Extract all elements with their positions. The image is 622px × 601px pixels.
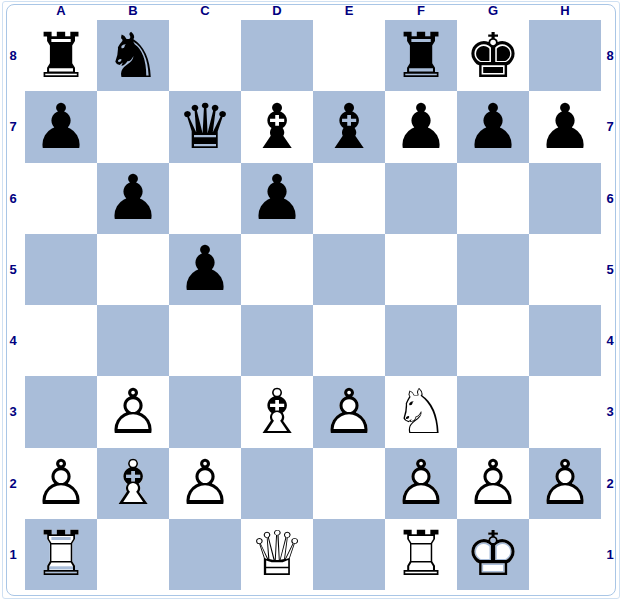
piece-wP-e3: ♙	[313, 376, 385, 447]
piece-bQ-c7: ♛	[169, 91, 241, 162]
square-h4[interactable]	[529, 305, 601, 376]
piece-bB-d7: ♝	[241, 91, 313, 162]
piece-wP-b3: ♙	[97, 376, 169, 447]
white-piece-fill: ♟	[313, 376, 385, 447]
white-piece-fill: ♟	[97, 376, 169, 447]
white-piece-fill: ♟	[169, 448, 241, 519]
rank-labels-left: 87654321	[3, 20, 23, 590]
square-g6[interactable]	[457, 163, 529, 234]
square-g5[interactable]	[457, 234, 529, 305]
square-g4[interactable]	[457, 305, 529, 376]
square-f6[interactable]	[385, 163, 457, 234]
rank-label-right-1: 1	[600, 519, 620, 590]
square-a6[interactable]	[25, 163, 97, 234]
white-piece-fill: ♚	[457, 519, 529, 590]
square-a4[interactable]	[25, 305, 97, 376]
rank-label-right-2: 2	[600, 448, 620, 519]
square-d6[interactable]: ♟	[241, 163, 313, 234]
square-b2[interactable]: ♝♗	[97, 448, 169, 519]
rank-label-left-1: 1	[3, 519, 23, 590]
square-h7[interactable]: ♟	[529, 91, 601, 162]
square-c4[interactable]	[169, 305, 241, 376]
rank-label-right-3: 3	[600, 376, 620, 447]
square-e3[interactable]: ♟♙	[313, 376, 385, 447]
square-c3[interactable]	[169, 376, 241, 447]
chess-board: ♜♞♜♚♟♛♝♝♟♟♟♟♟♟♟♙♝♗♟♙♞♘♟♙♝♗♟♙♟♙♟♙♟♙♜♖♛♕♜♖…	[25, 20, 601, 590]
square-f5[interactable]	[385, 234, 457, 305]
piece-bR-f8: ♜	[385, 20, 457, 91]
square-g1[interactable]: ♚♔	[457, 519, 529, 590]
piece-wR-f1: ♖	[385, 519, 457, 590]
square-a5[interactable]	[25, 234, 97, 305]
square-a3[interactable]	[25, 376, 97, 447]
file-label-d: D	[241, 3, 313, 19]
square-g3[interactable]	[457, 376, 529, 447]
square-a7[interactable]: ♟	[25, 91, 97, 162]
piece-bP-g7: ♟	[457, 91, 529, 162]
file-label-g: G	[457, 3, 529, 19]
rank-label-left-7: 7	[3, 91, 23, 162]
rank-label-right-6: 6	[600, 163, 620, 234]
white-piece-fill: ♝	[97, 448, 169, 519]
piece-wP-f2: ♙	[385, 448, 457, 519]
white-piece-fill: ♟	[385, 448, 457, 519]
piece-wP-g2: ♙	[457, 448, 529, 519]
square-f3[interactable]: ♞♘	[385, 376, 457, 447]
piece-bP-c5: ♟	[169, 234, 241, 305]
square-e5[interactable]	[313, 234, 385, 305]
square-d2[interactable]	[241, 448, 313, 519]
square-f2[interactable]: ♟♙	[385, 448, 457, 519]
square-h6[interactable]	[529, 163, 601, 234]
square-d7[interactable]: ♝	[241, 91, 313, 162]
piece-wP-c2: ♙	[169, 448, 241, 519]
square-f1[interactable]: ♜♖	[385, 519, 457, 590]
white-piece-fill: ♟	[25, 448, 97, 519]
rank-label-right-8: 8	[600, 20, 620, 91]
rank-label-right-7: 7	[600, 91, 620, 162]
white-piece-fill: ♛	[241, 519, 313, 590]
rank-label-left-4: 4	[3, 305, 23, 376]
square-f8[interactable]: ♜	[385, 20, 457, 91]
piece-bN-b8: ♞	[97, 20, 169, 91]
white-piece-fill: ♜	[25, 519, 97, 590]
piece-bP-b6: ♟	[97, 163, 169, 234]
square-b7[interactable]	[97, 91, 169, 162]
rank-label-left-2: 2	[3, 448, 23, 519]
piece-wR-a1: ♖	[25, 519, 97, 590]
square-b6[interactable]: ♟	[97, 163, 169, 234]
rank-label-left-6: 6	[3, 163, 23, 234]
square-d5[interactable]	[241, 234, 313, 305]
square-d8[interactable]	[241, 20, 313, 91]
piece-bP-a7: ♟	[25, 91, 97, 162]
square-g8[interactable]: ♚	[457, 20, 529, 91]
piece-wB-d3: ♗	[241, 376, 313, 447]
piece-bP-h7: ♟	[529, 91, 601, 162]
square-e2[interactable]	[313, 448, 385, 519]
file-label-a: A	[25, 3, 97, 19]
white-piece-fill: ♟	[457, 448, 529, 519]
square-d1[interactable]: ♛♕	[241, 519, 313, 590]
rank-label-left-8: 8	[3, 20, 23, 91]
rank-label-left-5: 5	[3, 234, 23, 305]
rank-label-right-5: 5	[600, 234, 620, 305]
square-a8[interactable]: ♜	[25, 20, 97, 91]
piece-wN-f3: ♘	[385, 376, 457, 447]
square-e8[interactable]	[313, 20, 385, 91]
white-piece-fill: ♟	[529, 448, 601, 519]
piece-wB-b2: ♗	[97, 448, 169, 519]
square-e1[interactable]	[313, 519, 385, 590]
rank-label-left-3: 3	[3, 376, 23, 447]
file-label-h: H	[529, 3, 601, 19]
rank-label-right-4: 4	[600, 305, 620, 376]
square-e7[interactable]: ♝	[313, 91, 385, 162]
piece-bR-a8: ♜	[25, 20, 97, 91]
white-piece-fill: ♞	[385, 376, 457, 447]
file-label-e: E	[313, 3, 385, 19]
square-b1[interactable]	[97, 519, 169, 590]
piece-wQ-d1: ♕	[241, 519, 313, 590]
piece-bP-d6: ♟	[241, 163, 313, 234]
square-f7[interactable]: ♟	[385, 91, 457, 162]
square-c8[interactable]	[169, 20, 241, 91]
square-h8[interactable]	[529, 20, 601, 91]
square-b8[interactable]: ♞	[97, 20, 169, 91]
square-h3[interactable]	[529, 376, 601, 447]
chess-diagram-page: ABCDEFGH 87654321 87654321 ♜♞♜♚♟♛♝♝♟♟♟♟♟…	[0, 0, 622, 601]
file-label-c: C	[169, 3, 241, 19]
square-b4[interactable]	[97, 305, 169, 376]
square-e4[interactable]	[313, 305, 385, 376]
square-c7[interactable]: ♛	[169, 91, 241, 162]
square-b5[interactable]	[97, 234, 169, 305]
square-g7[interactable]: ♟	[457, 91, 529, 162]
piece-wP-a2: ♙	[25, 448, 97, 519]
square-b3[interactable]: ♟♙	[97, 376, 169, 447]
square-c5[interactable]: ♟	[169, 234, 241, 305]
square-h5[interactable]	[529, 234, 601, 305]
piece-bK-g8: ♚	[457, 20, 529, 91]
square-g2[interactable]: ♟♙	[457, 448, 529, 519]
square-h2[interactable]: ♟♙	[529, 448, 601, 519]
piece-bB-e7: ♝	[313, 91, 385, 162]
square-d3[interactable]: ♝♗	[241, 376, 313, 447]
piece-wK-g1: ♔	[457, 519, 529, 590]
rank-labels-right: 87654321	[600, 20, 620, 590]
file-label-b: B	[97, 3, 169, 19]
piece-wP-h2: ♙	[529, 448, 601, 519]
square-e6[interactable]	[313, 163, 385, 234]
square-d4[interactable]	[241, 305, 313, 376]
white-piece-fill: ♜	[385, 519, 457, 590]
square-f4[interactable]	[385, 305, 457, 376]
square-h1[interactable]	[529, 519, 601, 590]
white-piece-fill: ♝	[241, 376, 313, 447]
piece-bP-f7: ♟	[385, 91, 457, 162]
square-c1[interactable]	[169, 519, 241, 590]
file-labels: ABCDEFGH	[25, 3, 601, 19]
square-c6[interactable]	[169, 163, 241, 234]
square-a1[interactable]: ♜♖	[25, 519, 97, 590]
square-c2[interactable]: ♟♙	[169, 448, 241, 519]
square-a2[interactable]: ♟♙	[25, 448, 97, 519]
file-label-f: F	[385, 3, 457, 19]
